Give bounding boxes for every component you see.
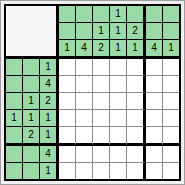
clue-corner [6,6,59,59]
grid-cell[interactable] [93,93,110,110]
grid-cell[interactable] [163,163,179,179]
grid-cell[interactable] [127,146,146,163]
grid-cell[interactable] [163,76,179,93]
grid-cell[interactable] [76,110,93,127]
grid-cell[interactable] [59,127,76,146]
grid-cell[interactable] [110,110,127,127]
grid-cell[interactable] [93,59,110,76]
row-clue-cell [6,163,23,179]
col-clue-cell [76,6,93,23]
col-clue-cell: 1 [127,40,146,59]
row-clue-cell [6,146,23,163]
grid-cell[interactable] [110,163,127,179]
row-clue-cell: 4 [40,76,59,93]
grid-cell[interactable] [146,93,163,110]
col-clue-cell: 2 [127,23,146,40]
grid-cell[interactable] [76,59,93,76]
col-clue-cell: 4 [76,40,93,59]
grid-cell[interactable] [110,127,127,146]
grid-cell[interactable] [93,76,110,93]
row-clue-cell: 1 [40,59,59,76]
col-clue-cell: 1 [110,23,127,40]
row-clue-cell [23,76,40,93]
col-clue-cell [59,23,76,40]
col-clue-cell [127,6,146,23]
grid-cell[interactable] [163,127,179,146]
row-clue-cell: 2 [23,127,40,146]
grid-cell[interactable] [127,76,146,93]
col-clue-cell [59,6,76,23]
grid-cell[interactable] [59,93,76,110]
grid-cell[interactable] [93,110,110,127]
grid-cell[interactable] [146,76,163,93]
grid-cell[interactable] [127,59,146,76]
grid-cell[interactable] [76,76,93,93]
grid-cell[interactable] [59,163,76,179]
col-clue-cell [76,23,93,40]
row-clue-cell [6,59,23,76]
grid-cell[interactable] [163,59,179,76]
row-clue-cell: 1 [6,110,23,127]
row-clue-cell: 2 [40,93,59,110]
col-clue-cell [146,6,163,23]
grid-cell[interactable] [163,110,179,127]
grid-cell[interactable] [76,146,93,163]
col-clue-cell [163,6,179,23]
row-clue-cell [6,76,23,93]
grid-cell[interactable] [76,127,93,146]
grid-cell[interactable] [146,127,163,146]
col-clue-cell: 1 [110,6,127,23]
col-clue-cell: 1 [59,40,76,59]
row-clue-cell: 1 [23,110,40,127]
grid-cell[interactable] [59,110,76,127]
grid-cell[interactable] [146,163,163,179]
col-clue-cell [146,23,163,40]
grid-cell[interactable] [59,59,76,76]
grid-cell[interactable] [76,93,93,110]
row-clue-cell [6,127,23,146]
grid-cell[interactable] [110,76,127,93]
row-clue-cell [23,163,40,179]
row-clue-cell: 1 [40,110,59,127]
row-clue-cell: 1 [40,127,59,146]
grid-cell[interactable] [146,146,163,163]
grid-cell[interactable] [59,146,76,163]
row-clue-cell: 4 [40,146,59,163]
grid-cell[interactable] [110,59,127,76]
grid-cell[interactable] [110,93,127,110]
grid-cell[interactable] [146,59,163,76]
col-clue-cell: 2 [93,40,110,59]
nonogram-board: 1112142114114121112141 [4,4,181,181]
grid-cell[interactable] [127,163,146,179]
col-clue-cell: 1 [93,23,110,40]
col-clue-cell: 1 [163,40,179,59]
grid-cell[interactable] [127,93,146,110]
grid-cell[interactable] [110,146,127,163]
row-clue-cell: 1 [23,93,40,110]
grid-cell[interactable] [93,163,110,179]
grid-cell[interactable] [127,110,146,127]
row-clue-cell [23,59,40,76]
grid-cell[interactable] [93,127,110,146]
nonogram-puzzle: 1112142114114121112141 [0,0,185,185]
grid-cell[interactable] [163,146,179,163]
row-clue-cell [6,93,23,110]
col-clue-cell [163,23,179,40]
col-clue-cell: 4 [146,40,163,59]
row-clue-cell [23,146,40,163]
grid-cell[interactable] [163,93,179,110]
row-clue-cell: 1 [40,163,59,179]
grid-cell[interactable] [127,127,146,146]
grid-cell[interactable] [76,163,93,179]
grid-cell[interactable] [59,76,76,93]
col-clue-cell [93,6,110,23]
grid-cell[interactable] [146,110,163,127]
col-clue-cell: 1 [110,40,127,59]
grid-cell[interactable] [93,146,110,163]
